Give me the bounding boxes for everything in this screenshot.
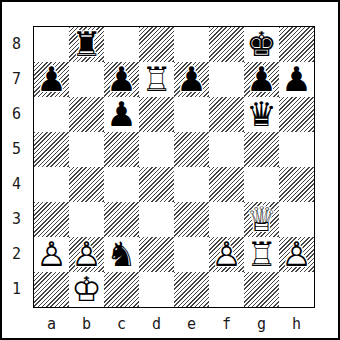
square-g5[interactable] xyxy=(244,132,279,167)
square-c6[interactable]: ♟ xyxy=(104,97,139,132)
square-b7[interactable] xyxy=(69,62,104,97)
file-label-g: g xyxy=(244,312,279,336)
square-d3[interactable] xyxy=(139,202,174,237)
square-c5[interactable] xyxy=(104,132,139,167)
square-d4[interactable] xyxy=(139,167,174,202)
file-label-e: e xyxy=(174,312,209,336)
square-g4[interactable] xyxy=(244,167,279,202)
black-pawn-icon: ♟ xyxy=(174,62,209,97)
square-f6[interactable] xyxy=(209,97,244,132)
rank-label-7: 7 xyxy=(3,61,30,96)
square-c2[interactable]: ♞ xyxy=(104,237,139,272)
square-h7[interactable]: ♟ xyxy=(279,62,314,97)
white-pawn-icon: ♙ xyxy=(279,237,314,272)
square-d6[interactable] xyxy=(139,97,174,132)
black-rook-icon: ♜ xyxy=(69,27,104,62)
file-label-c: c xyxy=(104,312,139,336)
square-e8[interactable] xyxy=(174,27,209,62)
rank-label-8: 8 xyxy=(3,26,30,61)
square-h6[interactable] xyxy=(279,97,314,132)
square-c8[interactable] xyxy=(104,27,139,62)
piece-white-queen[interactable]: ♛♕ xyxy=(244,202,279,237)
square-a4[interactable] xyxy=(34,167,69,202)
black-pawn-icon: ♟ xyxy=(34,62,69,97)
piece-black-queen[interactable]: ♛ xyxy=(244,97,279,132)
rank-label-1: 1 xyxy=(3,271,30,306)
square-h8[interactable] xyxy=(279,27,314,62)
black-pawn-icon: ♟ xyxy=(279,62,314,97)
square-f4[interactable] xyxy=(209,167,244,202)
file-labels: abcdefgh xyxy=(34,312,314,336)
piece-white-rook[interactable]: ♜♖ xyxy=(139,62,174,97)
square-f3[interactable] xyxy=(209,202,244,237)
square-f7[interactable] xyxy=(209,62,244,97)
square-d7[interactable]: ♜♖ xyxy=(139,62,174,97)
chess-board-diagram: 87654321 ♜♚♟♟♜♖♟♟♟♟♛♛♕♟♙♟♙♞♟♙♜♖♟♙♚♔ abcd… xyxy=(0,0,340,340)
black-pawn-icon: ♟ xyxy=(104,62,139,97)
piece-black-pawn[interactable]: ♟ xyxy=(34,62,69,97)
square-b3[interactable] xyxy=(69,202,104,237)
rank-label-4: 4 xyxy=(3,166,30,201)
square-h2[interactable]: ♟♙ xyxy=(279,237,314,272)
square-c1[interactable] xyxy=(104,272,139,307)
piece-white-rook[interactable]: ♜♖ xyxy=(244,237,279,272)
square-d8[interactable] xyxy=(139,27,174,62)
piece-black-pawn[interactable]: ♟ xyxy=(104,62,139,97)
piece-black-rook[interactable]: ♜ xyxy=(69,27,104,62)
piece-black-pawn[interactable]: ♟ xyxy=(104,97,139,132)
piece-white-pawn[interactable]: ♟♙ xyxy=(279,237,314,272)
square-b4[interactable] xyxy=(69,167,104,202)
piece-black-king[interactable]: ♚ xyxy=(244,27,279,62)
rank-label-5: 5 xyxy=(3,131,30,166)
white-queen-icon: ♕ xyxy=(244,202,279,237)
square-b2[interactable]: ♟♙ xyxy=(69,237,104,272)
piece-white-pawn[interactable]: ♟♙ xyxy=(34,237,69,272)
square-f1[interactable] xyxy=(209,272,244,307)
square-d2[interactable] xyxy=(139,237,174,272)
file-label-h: h xyxy=(279,312,314,336)
file-label-a: a xyxy=(34,312,69,336)
square-e7[interactable]: ♟ xyxy=(174,62,209,97)
rank-label-2: 2 xyxy=(3,236,30,271)
black-knight-icon: ♞ xyxy=(104,237,139,272)
square-h4[interactable] xyxy=(279,167,314,202)
square-f2[interactable]: ♟♙ xyxy=(209,237,244,272)
rank-label-6: 6 xyxy=(3,96,30,131)
black-pawn-icon: ♟ xyxy=(244,62,279,97)
file-label-f: f xyxy=(209,312,244,336)
square-b8[interactable]: ♜ xyxy=(69,27,104,62)
square-e2[interactable] xyxy=(174,237,209,272)
piece-black-pawn[interactable]: ♟ xyxy=(244,62,279,97)
piece-white-king[interactable]: ♚♔ xyxy=(69,272,104,307)
piece-black-pawn[interactable]: ♟ xyxy=(279,62,314,97)
square-e4[interactable] xyxy=(174,167,209,202)
square-h5[interactable] xyxy=(279,132,314,167)
square-a1[interactable] xyxy=(34,272,69,307)
black-pawn-icon: ♟ xyxy=(104,97,139,132)
piece-black-knight[interactable]: ♞ xyxy=(104,237,139,272)
square-h3[interactable] xyxy=(279,202,314,237)
square-d1[interactable] xyxy=(139,272,174,307)
file-label-d: d xyxy=(139,312,174,336)
square-g7[interactable]: ♟ xyxy=(244,62,279,97)
square-f8[interactable] xyxy=(209,27,244,62)
square-g1[interactable] xyxy=(244,272,279,307)
white-pawn-icon: ♙ xyxy=(69,237,104,272)
square-f5[interactable] xyxy=(209,132,244,167)
square-a3[interactable] xyxy=(34,202,69,237)
chess-board[interactable]: ♜♚♟♟♜♖♟♟♟♟♛♛♕♟♙♟♙♞♟♙♜♖♟♙♚♔ xyxy=(33,26,315,308)
white-king-icon: ♔ xyxy=(69,272,104,307)
rank-labels: 87654321 xyxy=(3,26,30,306)
rank-label-3: 3 xyxy=(3,201,30,236)
square-e6[interactable] xyxy=(174,97,209,132)
piece-white-pawn[interactable]: ♟♙ xyxy=(209,237,244,272)
white-rook-icon: ♖ xyxy=(244,237,279,272)
square-e5[interactable] xyxy=(174,132,209,167)
square-c3[interactable] xyxy=(104,202,139,237)
square-b6[interactable] xyxy=(69,97,104,132)
file-label-b: b xyxy=(69,312,104,336)
square-a6[interactable] xyxy=(34,97,69,132)
white-pawn-icon: ♙ xyxy=(34,237,69,272)
white-pawn-icon: ♙ xyxy=(209,237,244,272)
square-d5[interactable] xyxy=(139,132,174,167)
black-king-icon: ♚ xyxy=(244,27,279,62)
square-a7[interactable]: ♟ xyxy=(34,62,69,97)
piece-black-pawn[interactable]: ♟ xyxy=(174,62,209,97)
square-h1[interactable] xyxy=(279,272,314,307)
white-rook-icon: ♖ xyxy=(139,62,174,97)
square-a2[interactable]: ♟♙ xyxy=(34,237,69,272)
square-a5[interactable] xyxy=(34,132,69,167)
black-queen-icon: ♛ xyxy=(244,97,279,132)
square-e1[interactable] xyxy=(174,272,209,307)
square-g8[interactable]: ♚ xyxy=(244,27,279,62)
square-b5[interactable] xyxy=(69,132,104,167)
square-g6[interactable]: ♛ xyxy=(244,97,279,132)
piece-white-pawn[interactable]: ♟♙ xyxy=(69,237,104,272)
square-c7[interactable]: ♟ xyxy=(104,62,139,97)
square-g2[interactable]: ♜♖ xyxy=(244,237,279,272)
square-b1[interactable]: ♚♔ xyxy=(69,272,104,307)
square-g3[interactable]: ♛♕ xyxy=(244,202,279,237)
square-e3[interactable] xyxy=(174,202,209,237)
square-c4[interactable] xyxy=(104,167,139,202)
square-a8[interactable] xyxy=(34,27,69,62)
